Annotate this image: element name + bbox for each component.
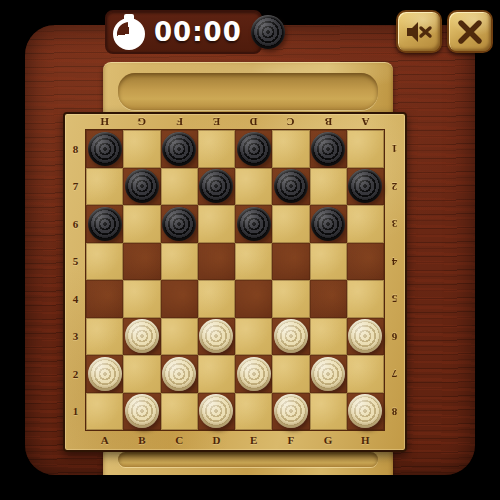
rank-label: 3 xyxy=(384,205,405,243)
board-square[interactable] xyxy=(161,243,198,281)
board-square[interactable] xyxy=(347,243,384,281)
game-screen: 00:00 HGFEDCBA ABCDEFGH 87654321 1234567… xyxy=(0,0,500,500)
file-label: E xyxy=(198,114,235,130)
board-square[interactable] xyxy=(86,205,123,243)
board-square[interactable] xyxy=(123,243,160,281)
board-square[interactable] xyxy=(198,243,235,281)
board-square[interactable] xyxy=(161,205,198,243)
muted-speaker-icon xyxy=(405,20,433,44)
black-checker-piece[interactable] xyxy=(88,132,122,166)
black-checker-piece[interactable] xyxy=(274,169,308,203)
black-checker-piece[interactable] xyxy=(311,132,345,166)
board-square[interactable] xyxy=(123,393,160,431)
rank-label: 4 xyxy=(384,243,405,281)
file-label: B xyxy=(310,114,347,130)
white-checker-piece[interactable] xyxy=(274,319,308,353)
file-label: A xyxy=(86,430,123,450)
board-square[interactable] xyxy=(310,205,347,243)
white-checker-piece[interactable] xyxy=(125,394,159,428)
board-square[interactable] xyxy=(310,243,347,281)
file-label: H xyxy=(86,114,123,130)
board-square[interactable] xyxy=(310,280,347,318)
close-x-icon xyxy=(457,19,483,45)
rank-label: 2 xyxy=(384,168,405,206)
board-square[interactable] xyxy=(235,168,272,206)
board-square[interactable] xyxy=(198,168,235,206)
file-labels-top: HGFEDCBA xyxy=(86,114,384,130)
board-squares xyxy=(86,130,384,430)
white-checker-piece[interactable] xyxy=(348,394,382,428)
white-checker-piece[interactable] xyxy=(237,357,271,391)
rank-label: 6 xyxy=(65,205,86,243)
rank-label: 7 xyxy=(65,168,86,206)
board-square[interactable] xyxy=(235,130,272,168)
board-square[interactable] xyxy=(347,130,384,168)
board-square[interactable] xyxy=(198,355,235,393)
board-square[interactable] xyxy=(123,318,160,356)
board-square[interactable] xyxy=(310,168,347,206)
rank-label: 1 xyxy=(65,393,86,431)
board-square[interactable] xyxy=(161,393,198,431)
black-checker-piece[interactable] xyxy=(237,132,271,166)
black-checker-piece[interactable] xyxy=(88,207,122,241)
board-square[interactable] xyxy=(161,280,198,318)
close-button[interactable] xyxy=(447,10,493,53)
board-square[interactable] xyxy=(272,130,309,168)
file-label: F xyxy=(272,430,309,450)
board-square[interactable] xyxy=(347,168,384,206)
file-label: C xyxy=(161,430,198,450)
board-square[interactable] xyxy=(198,318,235,356)
black-checker-piece[interactable] xyxy=(199,169,233,203)
file-label: B xyxy=(123,430,160,450)
board-square[interactable] xyxy=(198,205,235,243)
checkers-board: HGFEDCBA ABCDEFGH 87654321 12345678 xyxy=(63,112,407,452)
board-square[interactable] xyxy=(123,168,160,206)
white-checker-piece[interactable] xyxy=(199,394,233,428)
turn-indicator-black-piece xyxy=(251,15,285,49)
rank-labels-left: 87654321 xyxy=(65,130,86,430)
file-label: G xyxy=(310,430,347,450)
timer-value: 00:00 xyxy=(154,17,242,47)
board-square[interactable] xyxy=(86,393,123,431)
board-square[interactable] xyxy=(123,205,160,243)
rank-label: 4 xyxy=(65,280,86,318)
rank-label: 7 xyxy=(384,355,405,393)
board-square[interactable] xyxy=(272,205,309,243)
board-square[interactable] xyxy=(272,168,309,206)
file-label: C xyxy=(272,114,309,130)
board-square[interactable] xyxy=(310,318,347,356)
board-square[interactable] xyxy=(310,355,347,393)
white-checker-piece[interactable] xyxy=(348,319,382,353)
board-square[interactable] xyxy=(198,393,235,431)
stopwatch-icon xyxy=(113,14,145,50)
board-square[interactable] xyxy=(235,280,272,318)
board-square[interactable] xyxy=(235,243,272,281)
file-label: D xyxy=(198,430,235,450)
board-square[interactable] xyxy=(86,280,123,318)
timer-panel: 00:00 xyxy=(105,10,262,54)
board-square[interactable] xyxy=(347,205,384,243)
board-square[interactable] xyxy=(347,393,384,431)
white-checker-piece[interactable] xyxy=(162,357,196,391)
file-label: D xyxy=(235,114,272,130)
board-square[interactable] xyxy=(347,318,384,356)
file-label: F xyxy=(161,114,198,130)
board-square[interactable] xyxy=(161,355,198,393)
file-labels-bottom: ABCDEFGH xyxy=(86,430,384,450)
rank-label: 1 xyxy=(384,130,405,168)
rank-label: 5 xyxy=(65,243,86,281)
rank-label: 8 xyxy=(384,393,405,431)
white-checker-piece[interactable] xyxy=(88,357,122,391)
tray-groove xyxy=(118,452,378,467)
black-checker-piece[interactable] xyxy=(348,169,382,203)
file-label: A xyxy=(347,114,384,130)
board-square[interactable] xyxy=(198,130,235,168)
board-square[interactable] xyxy=(235,318,272,356)
mute-button[interactable] xyxy=(396,10,442,53)
board-square[interactable] xyxy=(198,280,235,318)
board-square[interactable] xyxy=(272,243,309,281)
tray-groove xyxy=(118,73,378,110)
white-checker-piece[interactable] xyxy=(125,319,159,353)
board-square[interactable] xyxy=(86,355,123,393)
board-square[interactable] xyxy=(86,318,123,356)
white-checker-piece[interactable] xyxy=(274,394,308,428)
rank-label: 2 xyxy=(65,355,86,393)
board-square[interactable] xyxy=(235,205,272,243)
board-square[interactable] xyxy=(161,130,198,168)
white-checker-piece[interactable] xyxy=(311,357,345,391)
board-square[interactable] xyxy=(235,393,272,431)
board-square[interactable] xyxy=(161,168,198,206)
black-checker-piece[interactable] xyxy=(162,207,196,241)
board-square[interactable] xyxy=(86,130,123,168)
board-square[interactable] xyxy=(161,318,198,356)
rank-label: 3 xyxy=(65,318,86,356)
black-checker-piece[interactable] xyxy=(162,132,196,166)
board-square[interactable] xyxy=(347,280,384,318)
white-checker-piece[interactable] xyxy=(199,319,233,353)
black-checker-piece[interactable] xyxy=(125,169,159,203)
board-square[interactable] xyxy=(272,355,309,393)
board-square[interactable] xyxy=(123,280,160,318)
board-square[interactable] xyxy=(310,130,347,168)
black-checker-piece[interactable] xyxy=(311,207,345,241)
board-square[interactable] xyxy=(123,130,160,168)
rank-label: 5 xyxy=(384,280,405,318)
board-square[interactable] xyxy=(235,355,272,393)
board-square[interactable] xyxy=(86,168,123,206)
board-square[interactable] xyxy=(86,243,123,281)
board-square[interactable] xyxy=(272,318,309,356)
board-square[interactable] xyxy=(347,355,384,393)
board-square[interactable] xyxy=(123,355,160,393)
board-square[interactable] xyxy=(310,393,347,431)
black-checker-piece[interactable] xyxy=(237,207,271,241)
rank-label: 8 xyxy=(65,130,86,168)
file-label: G xyxy=(123,114,160,130)
rank-label: 6 xyxy=(384,318,405,356)
file-label: E xyxy=(235,430,272,450)
file-label: H xyxy=(347,430,384,450)
board-square[interactable] xyxy=(272,280,309,318)
rank-labels-right: 12345678 xyxy=(384,130,405,430)
board-square[interactable] xyxy=(272,393,309,431)
